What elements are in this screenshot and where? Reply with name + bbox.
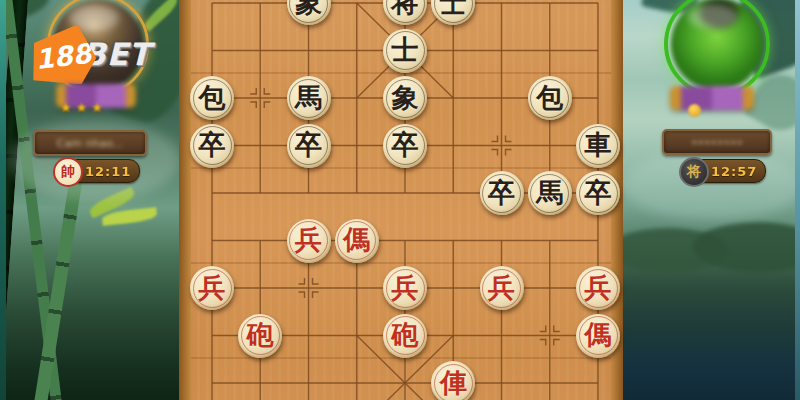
piece-black-soldier[interactable]: 卒	[576, 171, 620, 215]
piece-glyph: 馬	[536, 179, 563, 206]
board-grid[interactable]: 象将士士包馬象包卒卒卒車卒馬卒兵傌兵兵兵兵砲砲傌俥	[188, 0, 622, 400]
188bet-logo: BET 188	[30, 24, 148, 88]
left-player-nameplate: Cam nhao...	[33, 130, 147, 156]
piece-glyph: 車	[585, 131, 612, 158]
screen-edge-left	[0, 0, 6, 400]
piece-black-elephant[interactable]: 象	[287, 0, 331, 25]
left-player-timer: 帥 12:11	[56, 159, 140, 183]
piece-black-soldier[interactable]: 卒	[383, 124, 427, 168]
right-avatar-photo	[671, 0, 763, 90]
piece-black-advisor[interactable]: 士	[383, 29, 427, 73]
game-stage: 象将士士包馬象包卒卒卒車卒馬卒兵傌兵兵兵兵砲砲傌俥 BET 188 ★★★ Ca…	[0, 0, 800, 400]
right-player-name: ••••••••	[691, 136, 743, 149]
piece-red-soldier[interactable]: 兵	[576, 266, 620, 310]
piece-red-soldier[interactable]: 兵	[190, 266, 234, 310]
piece-black-cannon[interactable]: 包	[190, 76, 234, 120]
piece-black-horse[interactable]: 馬	[287, 76, 331, 120]
piece-black-cannon[interactable]: 包	[528, 76, 572, 120]
piece-glyph: 俥	[440, 369, 467, 396]
piece-black-soldier[interactable]: 卒	[480, 171, 524, 215]
piece-red-soldier[interactable]: 兵	[480, 266, 524, 310]
black-general-icon: 将	[679, 157, 709, 187]
piece-glyph: 兵	[199, 274, 226, 301]
piece-glyph: 包	[536, 84, 563, 111]
piece-glyph: 将	[392, 0, 419, 16]
piece-glyph: 卒	[295, 131, 322, 158]
piece-glyph: 砲	[247, 321, 274, 348]
piece-glyph: 包	[199, 84, 226, 111]
piece-glyph: 卒	[392, 131, 419, 158]
piece-glyph: 卒	[199, 131, 226, 158]
piece-black-elephant[interactable]: 象	[383, 76, 427, 120]
left-timer-value: 12:11	[85, 164, 131, 179]
avatar-shine	[688, 4, 739, 30]
piece-red-soldier[interactable]: 兵	[287, 219, 331, 263]
left-rank-stars: ★★★	[60, 100, 107, 115]
piece-glyph: 兵	[295, 226, 322, 253]
right-rank-badge	[670, 86, 754, 110]
piece-glyph: 象	[392, 84, 419, 111]
piece-glyph: 卒	[488, 179, 515, 206]
piece-glyph: 傌	[343, 226, 370, 253]
right-player-timer: 将 12:57	[682, 159, 766, 183]
piece-black-horse[interactable]: 馬	[528, 171, 572, 215]
piece-red-cannon[interactable]: 砲	[238, 314, 282, 358]
piece-black-soldier[interactable]: 卒	[287, 124, 331, 168]
piece-glyph: 卒	[585, 179, 612, 206]
piece-red-chariot[interactable]: 俥	[431, 361, 475, 400]
logo-orange-badge: 188	[28, 23, 99, 89]
piece-glyph: 兵	[585, 274, 612, 301]
piece-glyph: 傌	[585, 321, 612, 348]
piece-black-soldier[interactable]: 卒	[190, 124, 234, 168]
piece-glyph: 兵	[488, 274, 515, 301]
right-player-nameplate: ••••••••	[662, 129, 772, 155]
piece-black-general[interactable]: 将	[383, 0, 427, 25]
left-player-name: Cam nhao...	[57, 137, 123, 150]
piece-red-horse[interactable]: 傌	[576, 314, 620, 358]
piece-glyph: 馬	[295, 84, 322, 111]
piece-glyph: 砲	[392, 321, 419, 348]
piece-red-horse[interactable]: 傌	[335, 219, 379, 263]
piece-glyph: 兵	[392, 274, 419, 301]
piece-black-advisor[interactable]: 士	[431, 0, 475, 25]
xiangqi-board[interactable]: 象将士士包馬象包卒卒卒車卒馬卒兵傌兵兵兵兵砲砲傌俥	[179, 0, 623, 400]
right-timer-value: 12:57	[711, 164, 757, 179]
logo-188-text: 188	[33, 37, 93, 75]
red-general-icon: 帥	[53, 157, 83, 187]
screen-edge-right	[795, 0, 800, 400]
piece-red-cannon[interactable]: 砲	[383, 314, 427, 358]
piece-glyph: 象	[295, 0, 322, 16]
piece-glyph: 士	[392, 36, 419, 63]
piece-red-soldier[interactable]: 兵	[383, 266, 427, 310]
piece-glyph: 士	[440, 0, 467, 16]
piece-black-chariot[interactable]: 車	[576, 124, 620, 168]
right-gold-coin	[688, 104, 701, 117]
